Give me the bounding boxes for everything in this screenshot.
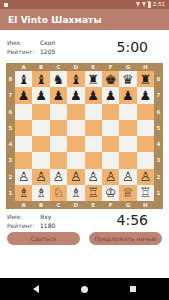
chess-board: ABCDEFGH ABCDEFGH 87654321 87654321 ♝♝♞♝…	[6, 63, 163, 209]
white-pawn: ♙	[87, 170, 99, 183]
coord-6: 6	[154, 104, 163, 120]
black-rook: ♜	[87, 73, 99, 86]
black-bishop: ♝	[18, 73, 30, 86]
square-c6[interactable]	[50, 104, 67, 120]
square-f5[interactable]	[102, 120, 119, 136]
square-g3[interactable]	[119, 152, 136, 168]
square-e7[interactable]: ♟	[85, 87, 102, 103]
coord-4: 4	[6, 136, 15, 152]
white-rook: ♖	[139, 186, 151, 199]
square-e2[interactable]: ♙	[85, 169, 102, 185]
square-d4[interactable]	[67, 136, 84, 152]
white-queen: ♕	[122, 186, 134, 199]
player-name: Скоп	[40, 38, 55, 47]
board-grid: ♝♝♞♝♜♚♛♜♟♟♟♟♟♟♟♟♙♙♙♙♙♙♙♙♗♗♘♗♖♔♕♖	[15, 71, 154, 201]
square-e3[interactable]	[85, 152, 102, 168]
white-bishop: ♗	[35, 186, 47, 199]
coord-4: 4	[154, 136, 163, 152]
action-buttons: Сдаться Предложить ничью	[0, 230, 169, 245]
square-a3[interactable]	[15, 152, 32, 168]
square-a2[interactable]: ♙	[15, 169, 32, 185]
white-bishop: ♗	[70, 186, 82, 199]
coord-3: 3	[6, 152, 15, 168]
player-rating: 1180	[40, 221, 55, 230]
square-b5[interactable]	[32, 120, 49, 136]
coord-2: 2	[154, 169, 163, 185]
square-b6[interactable]	[32, 104, 49, 120]
square-e8[interactable]: ♜	[85, 71, 102, 87]
coord-B: B	[32, 63, 49, 71]
white-pawn: ♙	[18, 170, 30, 183]
square-g7[interactable]: ♟	[119, 87, 136, 103]
white-pawn: ♙	[35, 170, 47, 183]
black-pawn: ♟	[18, 89, 30, 102]
coord-5: 5	[154, 120, 163, 136]
app-title: El Vinto Шахматы	[8, 15, 102, 25]
file-labels-bottom: ABCDEFGH	[15, 201, 154, 209]
square-g2[interactable]: ♙	[119, 169, 136, 185]
coord-G: G	[119, 63, 136, 71]
white-pawn: ♙	[53, 170, 65, 183]
square-f7[interactable]: ♟	[102, 87, 119, 103]
black-pawn: ♟	[70, 89, 82, 102]
square-g5[interactable]	[119, 120, 136, 136]
square-c5[interactable]	[50, 120, 67, 136]
square-h8[interactable]: ♜	[137, 71, 154, 87]
coord-C: C	[50, 63, 67, 71]
black-bishop: ♝	[35, 73, 47, 86]
coord-E: E	[85, 201, 102, 209]
coord-6: 6	[6, 104, 15, 120]
coord-A: A	[15, 63, 32, 71]
black-pawn: ♟	[53, 89, 65, 102]
square-f4[interactable]	[102, 136, 119, 152]
square-a8[interactable]: ♝	[15, 71, 32, 87]
square-h5[interactable]	[137, 120, 154, 136]
status-icons: 2:51	[136, 0, 165, 9]
square-g1[interactable]: ♕	[119, 185, 136, 201]
white-pawn: ♙	[139, 170, 151, 183]
square-c4[interactable]	[50, 136, 67, 152]
square-c3[interactable]	[50, 152, 67, 168]
rank-labels-right: 87654321	[154, 71, 163, 201]
square-d5[interactable]	[67, 120, 84, 136]
coord-F: F	[102, 201, 119, 209]
coord-5: 5	[6, 120, 15, 136]
offer-draw-button[interactable]: Предложить ничью	[89, 232, 162, 245]
square-g8[interactable]: ♛	[119, 71, 136, 87]
black-pawn: ♟	[105, 89, 117, 102]
square-d8[interactable]: ♝	[67, 71, 84, 87]
square-c7[interactable]: ♟	[50, 87, 67, 103]
white-bishop: ♗	[18, 186, 30, 199]
square-h3[interactable]	[137, 152, 154, 168]
square-g6[interactable]	[119, 104, 136, 120]
square-d6[interactable]	[67, 104, 84, 120]
square-a1[interactable]: ♗	[15, 185, 32, 201]
square-h1[interactable]: ♖	[137, 185, 154, 201]
square-e6[interactable]	[85, 104, 102, 120]
status-bar: 2:51	[0, 0, 169, 9]
square-f8[interactable]: ♚	[102, 71, 119, 87]
name-label: Имя:	[7, 212, 40, 221]
square-a4[interactable]	[15, 136, 32, 152]
white-knight: ♘	[53, 186, 65, 199]
coord-2: 2	[6, 169, 15, 185]
black-rook: ♜	[139, 73, 151, 86]
coord-D: D	[67, 201, 84, 209]
coord-7: 7	[6, 87, 15, 103]
square-d2[interactable]: ♙	[67, 169, 84, 185]
square-b3[interactable]	[32, 152, 49, 168]
square-e4[interactable]	[85, 136, 102, 152]
rating-label: Рейтинг:	[7, 221, 40, 230]
square-h7[interactable]: ♟	[137, 87, 154, 103]
wifi-icon	[136, 2, 140, 7]
coord-8: 8	[154, 71, 163, 87]
back-icon[interactable]	[33, 285, 39, 293]
square-d3[interactable]	[67, 152, 84, 168]
square-a6[interactable]	[15, 104, 32, 120]
file-labels-top: ABCDEFGH	[15, 63, 154, 71]
square-h2[interactable]: ♙	[137, 169, 154, 185]
rank-labels-left: 87654321	[6, 71, 15, 201]
black-pawn: ♟	[139, 89, 151, 102]
black-pawn: ♟	[122, 89, 134, 102]
coord-E: E	[85, 63, 102, 71]
coord-1: 1	[6, 185, 15, 201]
white-king: ♔	[105, 186, 117, 199]
player-rating: 1205	[40, 47, 55, 56]
square-d7[interactable]: ♟	[67, 87, 84, 103]
square-e5[interactable]	[85, 120, 102, 136]
square-h6[interactable]	[137, 104, 154, 120]
square-a5[interactable]	[15, 120, 32, 136]
square-f6[interactable]	[102, 104, 119, 120]
bottom-player-panel: Имя: Яху Рейтинг: 1180 4:56	[0, 209, 169, 230]
white-rook: ♖	[87, 186, 99, 199]
coord-G: G	[119, 201, 136, 209]
square-f1[interactable]: ♔	[102, 185, 119, 201]
square-f2[interactable]: ♙	[102, 169, 119, 185]
home-icon[interactable]	[81, 286, 88, 293]
battery-icon	[148, 2, 151, 8]
square-c2[interactable]: ♙	[50, 169, 67, 185]
coord-C: C	[50, 201, 67, 209]
square-d1[interactable]: ♗	[67, 185, 84, 201]
coord-H: H	[137, 63, 154, 71]
black-queen: ♛	[122, 73, 134, 86]
player-name: Яху	[40, 212, 51, 221]
name-label: Имя:	[7, 38, 40, 47]
signal-icon	[142, 2, 146, 7]
coord-3: 3	[154, 152, 163, 168]
status-clock: 2:51	[153, 0, 165, 9]
resign-button[interactable]: Сдаться	[7, 232, 80, 245]
top-player-panel: Имя: Скоп Рейтинг: 1205 5:00	[0, 30, 169, 63]
square-b2[interactable]: ♙	[32, 169, 49, 185]
square-h4[interactable]	[137, 136, 154, 152]
square-g4[interactable]	[119, 136, 136, 152]
black-bishop: ♝	[70, 73, 82, 86]
square-f3[interactable]	[102, 152, 119, 168]
square-b1[interactable]: ♗	[32, 185, 49, 201]
coord-F: F	[102, 63, 119, 71]
square-c8[interactable]: ♞	[50, 71, 67, 87]
recents-icon[interactable]	[130, 286, 136, 292]
white-pawn: ♙	[122, 170, 134, 183]
top-player-clock: 5:00	[117, 40, 148, 54]
square-b7[interactable]: ♟	[32, 87, 49, 103]
black-king: ♚	[105, 73, 117, 86]
coord-1: 1	[154, 185, 163, 201]
coord-B: B	[32, 201, 49, 209]
coord-7: 7	[154, 87, 163, 103]
app-bar: El Vinto Шахматы	[0, 9, 169, 30]
square-b4[interactable]	[32, 136, 49, 152]
white-pawn: ♙	[105, 170, 117, 183]
square-a7[interactable]: ♟	[15, 87, 32, 103]
black-pawn: ♟	[35, 89, 47, 102]
black-knight: ♞	[53, 73, 65, 86]
coord-D: D	[67, 63, 84, 71]
coord-H: H	[137, 201, 154, 209]
white-pawn: ♙	[70, 170, 82, 183]
square-b8[interactable]: ♝	[32, 71, 49, 87]
bottom-player-clock: 4:56	[117, 213, 148, 227]
coord-A: A	[15, 201, 32, 209]
rating-label: Рейтинг:	[7, 47, 40, 56]
black-pawn: ♟	[87, 89, 99, 102]
square-c1[interactable]: ♘	[50, 185, 67, 201]
android-nav-bar	[0, 278, 169, 300]
coord-8: 8	[6, 71, 15, 87]
square-e1[interactable]: ♖	[85, 185, 102, 201]
notification-icon	[4, 3, 8, 7]
